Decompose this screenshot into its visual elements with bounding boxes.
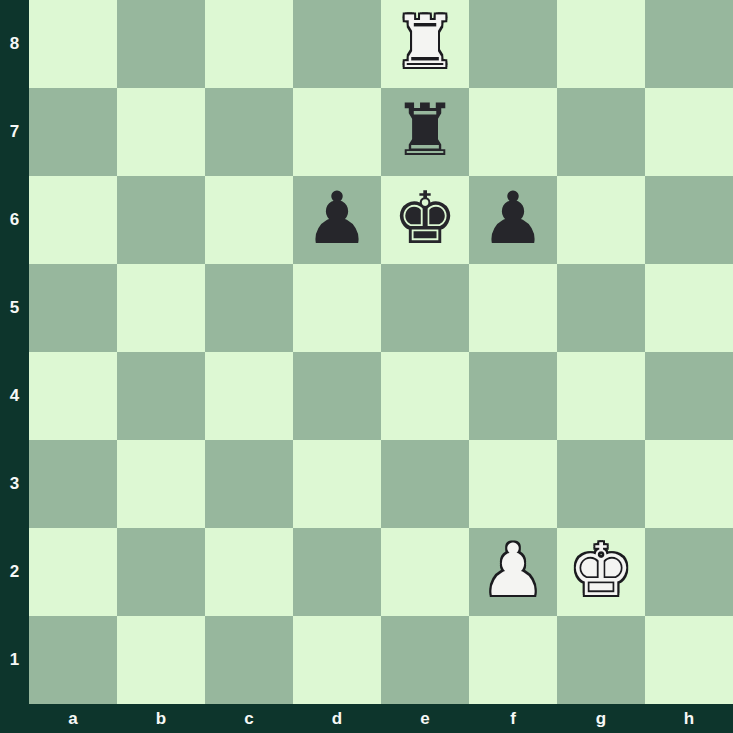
white-pawn[interactable]: ♟ bbox=[481, 534, 546, 606]
file-label-h: h bbox=[645, 704, 733, 733]
square-c4[interactable] bbox=[205, 352, 293, 440]
rank-label-2: 2 bbox=[0, 528, 29, 616]
square-e6[interactable]: ♚ bbox=[381, 176, 469, 264]
square-b1[interactable] bbox=[117, 616, 205, 704]
file-label-d: d bbox=[293, 704, 381, 733]
black-pawn[interactable]: ♟ bbox=[305, 182, 370, 254]
square-h2[interactable] bbox=[645, 528, 733, 616]
square-d2[interactable] bbox=[293, 528, 381, 616]
square-g7[interactable] bbox=[557, 88, 645, 176]
square-a1[interactable] bbox=[29, 616, 117, 704]
square-h5[interactable] bbox=[645, 264, 733, 352]
square-f1[interactable] bbox=[469, 616, 557, 704]
square-h1[interactable] bbox=[645, 616, 733, 704]
rank-label-5: 5 bbox=[0, 264, 29, 352]
white-rook[interactable]: ♜ bbox=[393, 6, 458, 78]
rank-label-8: 8 bbox=[0, 0, 29, 88]
square-e7[interactable]: ♜ bbox=[381, 88, 469, 176]
rank-label-3: 3 bbox=[0, 440, 29, 528]
square-e1[interactable] bbox=[381, 616, 469, 704]
square-d5[interactable] bbox=[293, 264, 381, 352]
square-b6[interactable] bbox=[117, 176, 205, 264]
square-c5[interactable] bbox=[205, 264, 293, 352]
square-a6[interactable] bbox=[29, 176, 117, 264]
square-e5[interactable] bbox=[381, 264, 469, 352]
file-label-b: b bbox=[117, 704, 205, 733]
board: ♜♜♟♚♟♟♚ bbox=[29, 0, 733, 704]
square-f8[interactable] bbox=[469, 0, 557, 88]
square-f5[interactable] bbox=[469, 264, 557, 352]
square-b7[interactable] bbox=[117, 88, 205, 176]
rank-label-4: 4 bbox=[0, 352, 29, 440]
square-h3[interactable] bbox=[645, 440, 733, 528]
black-king[interactable]: ♚ bbox=[393, 182, 458, 254]
chess-board-frame: 87654321 ♜♜♟♚♟♟♚ abcdefgh bbox=[0, 0, 733, 733]
square-g2[interactable]: ♚ bbox=[557, 528, 645, 616]
square-g5[interactable] bbox=[557, 264, 645, 352]
file-label-f: f bbox=[469, 704, 557, 733]
file-label-c: c bbox=[205, 704, 293, 733]
square-e4[interactable] bbox=[381, 352, 469, 440]
square-d8[interactable] bbox=[293, 0, 381, 88]
square-c2[interactable] bbox=[205, 528, 293, 616]
square-d7[interactable] bbox=[293, 88, 381, 176]
square-c1[interactable] bbox=[205, 616, 293, 704]
square-g8[interactable] bbox=[557, 0, 645, 88]
black-rook[interactable]: ♜ bbox=[393, 94, 458, 166]
square-h4[interactable] bbox=[645, 352, 733, 440]
square-a7[interactable] bbox=[29, 88, 117, 176]
square-d1[interactable] bbox=[293, 616, 381, 704]
square-b4[interactable] bbox=[117, 352, 205, 440]
square-f6[interactable]: ♟ bbox=[469, 176, 557, 264]
square-b8[interactable] bbox=[117, 0, 205, 88]
square-a4[interactable] bbox=[29, 352, 117, 440]
square-f3[interactable] bbox=[469, 440, 557, 528]
square-c3[interactable] bbox=[205, 440, 293, 528]
file-label-a: a bbox=[29, 704, 117, 733]
square-e3[interactable] bbox=[381, 440, 469, 528]
rank-labels: 87654321 bbox=[0, 0, 29, 704]
square-g1[interactable] bbox=[557, 616, 645, 704]
black-pawn[interactable]: ♟ bbox=[481, 182, 546, 254]
rank-label-1: 1 bbox=[0, 616, 29, 704]
square-a3[interactable] bbox=[29, 440, 117, 528]
square-f4[interactable] bbox=[469, 352, 557, 440]
square-c6[interactable] bbox=[205, 176, 293, 264]
file-labels: abcdefgh bbox=[29, 704, 733, 733]
square-g6[interactable] bbox=[557, 176, 645, 264]
square-d4[interactable] bbox=[293, 352, 381, 440]
square-b3[interactable] bbox=[117, 440, 205, 528]
square-h7[interactable] bbox=[645, 88, 733, 176]
square-a5[interactable] bbox=[29, 264, 117, 352]
square-c8[interactable] bbox=[205, 0, 293, 88]
square-b5[interactable] bbox=[117, 264, 205, 352]
square-f2[interactable]: ♟ bbox=[469, 528, 557, 616]
square-d6[interactable]: ♟ bbox=[293, 176, 381, 264]
square-f7[interactable] bbox=[469, 88, 557, 176]
square-g4[interactable] bbox=[557, 352, 645, 440]
square-b2[interactable] bbox=[117, 528, 205, 616]
square-d3[interactable] bbox=[293, 440, 381, 528]
rank-label-6: 6 bbox=[0, 176, 29, 264]
square-c7[interactable] bbox=[205, 88, 293, 176]
square-a2[interactable] bbox=[29, 528, 117, 616]
square-a8[interactable] bbox=[29, 0, 117, 88]
rank-label-7: 7 bbox=[0, 88, 29, 176]
square-e2[interactable] bbox=[381, 528, 469, 616]
white-king[interactable]: ♚ bbox=[569, 534, 634, 606]
square-h6[interactable] bbox=[645, 176, 733, 264]
square-e8[interactable]: ♜ bbox=[381, 0, 469, 88]
file-label-e: e bbox=[381, 704, 469, 733]
square-g3[interactable] bbox=[557, 440, 645, 528]
square-h8[interactable] bbox=[645, 0, 733, 88]
file-label-g: g bbox=[557, 704, 645, 733]
